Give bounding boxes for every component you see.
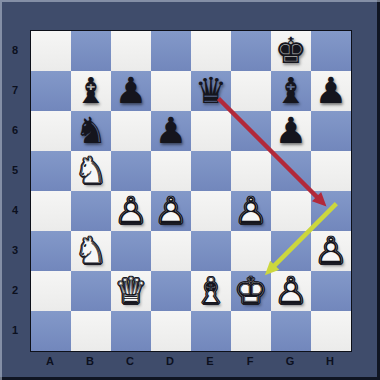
square-b2[interactable] [71, 271, 111, 311]
white-knight: ♞ [71, 231, 111, 271]
square-d3[interactable] [151, 231, 191, 271]
white-knight: ♘ [71, 231, 111, 271]
square-e1[interactable] [191, 311, 231, 351]
square-a2[interactable] [31, 271, 71, 311]
file-label-b: B [70, 351, 110, 371]
square-a7[interactable] [31, 71, 71, 111]
white-knight: ♘ [71, 151, 111, 191]
square-b3[interactable]: ♞♘ [71, 231, 111, 271]
square-a3[interactable] [31, 231, 71, 271]
white-pawn: ♙ [151, 191, 191, 231]
square-h3[interactable]: ♟♙ [311, 231, 351, 271]
white-pawn: ♟ [231, 191, 271, 231]
square-e2[interactable]: ♝♗ [191, 271, 231, 311]
square-e7[interactable]: ♛ [191, 71, 231, 111]
black-pawn: ♟ [311, 71, 351, 111]
square-h5[interactable] [311, 151, 351, 191]
square-h1[interactable] [311, 311, 351, 351]
square-g1[interactable] [271, 311, 311, 351]
black-pawn: ♟ [111, 71, 151, 111]
square-h4[interactable] [311, 191, 351, 231]
square-g3[interactable] [271, 231, 311, 271]
white-pawn: ♟ [111, 191, 151, 231]
square-g5[interactable] [271, 151, 311, 191]
square-f7[interactable] [231, 71, 271, 111]
white-pawn: ♙ [311, 231, 351, 271]
white-pawn: ♟ [151, 191, 191, 231]
square-a6[interactable] [31, 111, 71, 151]
square-b1[interactable] [71, 311, 111, 351]
square-d4[interactable]: ♟♙ [151, 191, 191, 231]
black-bishop: ♝ [271, 71, 311, 111]
square-b5[interactable]: ♞♘ [71, 151, 111, 191]
square-h7[interactable]: ♟ [311, 71, 351, 111]
square-e3[interactable] [191, 231, 231, 271]
white-pawn: ♟ [311, 231, 351, 271]
square-c8[interactable] [111, 31, 151, 71]
file-label-g: G [270, 351, 310, 371]
black-knight: ♞ [71, 111, 111, 151]
rank-label-6: 6 [0, 110, 30, 150]
rank-label-3: 3 [0, 230, 30, 270]
square-f8[interactable] [231, 31, 271, 71]
square-c3[interactable] [111, 231, 151, 271]
file-label-a: A [30, 351, 70, 371]
square-h8[interactable] [311, 31, 351, 71]
square-c6[interactable] [111, 111, 151, 151]
square-h6[interactable] [311, 111, 351, 151]
square-g2[interactable]: ♟♙ [271, 271, 311, 311]
square-f4[interactable]: ♟♙ [231, 191, 271, 231]
square-b7[interactable]: ♝ [71, 71, 111, 111]
black-pawn: ♟ [271, 111, 311, 151]
chess-board: ♚♝♟♛♝♟♞♟♟♞♘♟♙♟♙♟♙♞♘♟♙♛♕♝♗♚♔♟♙ [30, 30, 352, 352]
square-b6[interactable]: ♞ [71, 111, 111, 151]
square-e4[interactable] [191, 191, 231, 231]
white-bishop: ♝ [191, 271, 231, 311]
white-pawn: ♙ [271, 271, 311, 311]
square-f6[interactable] [231, 111, 271, 151]
square-h2[interactable] [311, 271, 351, 311]
file-label-h: H [310, 351, 350, 371]
file-label-e: E [190, 351, 230, 371]
chess-diagram: ♚♝♟♛♝♟♞♟♟♞♘♟♙♟♙♟♙♞♘♟♙♛♕♝♗♚♔♟♙ ABCDEFGH87… [0, 0, 380, 380]
white-bishop: ♗ [191, 271, 231, 311]
white-king: ♚ [231, 271, 271, 311]
square-f2[interactable]: ♚♔ [231, 271, 271, 311]
square-c7[interactable]: ♟ [111, 71, 151, 111]
square-f5[interactable] [231, 151, 271, 191]
square-c2[interactable]: ♛♕ [111, 271, 151, 311]
white-knight: ♞ [71, 151, 111, 191]
white-pawn: ♟ [271, 271, 311, 311]
rank-label-7: 7 [0, 70, 30, 110]
square-f1[interactable] [231, 311, 271, 351]
square-c5[interactable] [111, 151, 151, 191]
white-pawn: ♙ [231, 191, 271, 231]
square-d2[interactable] [151, 271, 191, 311]
square-d6[interactable]: ♟ [151, 111, 191, 151]
square-b8[interactable] [71, 31, 111, 71]
white-pawn: ♙ [111, 191, 151, 231]
square-c4[interactable]: ♟♙ [111, 191, 151, 231]
square-a5[interactable] [31, 151, 71, 191]
square-d5[interactable] [151, 151, 191, 191]
square-g4[interactable] [271, 191, 311, 231]
square-d7[interactable] [151, 71, 191, 111]
square-a4[interactable] [31, 191, 71, 231]
file-label-d: D [150, 351, 190, 371]
file-label-c: C [110, 351, 150, 371]
black-bishop: ♝ [71, 71, 111, 111]
square-g8[interactable]: ♚ [271, 31, 311, 71]
square-b4[interactable] [71, 191, 111, 231]
square-e6[interactable] [191, 111, 231, 151]
square-g7[interactable]: ♝ [271, 71, 311, 111]
square-f3[interactable] [231, 231, 271, 271]
rank-label-2: 2 [0, 270, 30, 310]
square-d1[interactable] [151, 311, 191, 351]
square-d8[interactable] [151, 31, 191, 71]
square-a1[interactable] [31, 311, 71, 351]
rank-label-4: 4 [0, 190, 30, 230]
white-queen: ♛ [111, 271, 151, 311]
square-a8[interactable] [31, 31, 71, 71]
file-label-f: F [230, 351, 270, 371]
white-queen: ♕ [111, 271, 151, 311]
black-queen: ♛ [191, 71, 231, 111]
rank-label-1: 1 [0, 310, 30, 350]
square-e5[interactable] [191, 151, 231, 191]
white-king: ♔ [231, 271, 271, 311]
square-e8[interactable] [191, 31, 231, 71]
rank-label-8: 8 [0, 30, 30, 70]
black-pawn: ♟ [151, 111, 191, 151]
black-king: ♚ [271, 31, 311, 71]
square-g6[interactable]: ♟ [271, 111, 311, 151]
square-c1[interactable] [111, 311, 151, 351]
rank-label-5: 5 [0, 150, 30, 190]
